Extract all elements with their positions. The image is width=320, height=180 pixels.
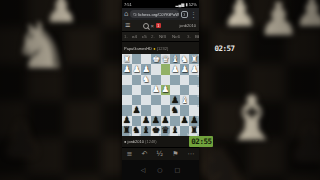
black-pawn: ♟ [132,106,140,115]
rank-label: 3 [197,75,199,78]
top-player-flair-icon: ● [153,46,155,51]
square-d5[interactable] [161,95,171,105]
search-icon[interactable] [143,23,149,29]
white-king: ♚ [152,55,160,64]
board-menu-icon[interactable]: ≡ [127,151,133,158]
site-info-icon[interactable]: ⓘ [133,12,137,17]
rank-label: 7 [197,116,199,119]
status-right-icons: ▂▄▆ ▮ 52% [176,2,197,7]
home-icon[interactable]: ⌂ [124,11,128,18]
square-g8[interactable]: ♞g [132,126,142,136]
square-e4[interactable]: ♟ [151,85,161,95]
square-a8[interactable]: ♜a8 [189,126,199,136]
square-c1[interactable]: ♝ [170,54,180,64]
rank-label: 1 [197,54,199,57]
square-b6[interactable] [180,105,190,115]
move-Nf3[interactable]: Nf3 [159,34,166,39]
move-number: 1. [124,34,128,39]
site-header: ≡ × 1 jordi2010 [122,20,199,32]
white-queen: ♛ [161,55,169,64]
move-number: 2. [151,34,155,39]
square-b5[interactable]: ♝ [180,95,190,105]
rank-label: 6 [197,105,199,108]
square-f1[interactable] [141,54,151,64]
challenges-icon[interactable]: × [151,23,155,29]
square-h3[interactable] [122,75,132,85]
black-pawn: ♟ [181,116,189,125]
battery-percent: 52% [189,2,197,7]
white-bishop: ♝ [171,55,179,64]
more-options-icon[interactable]: ⋯ [187,151,194,158]
game-action-bar: ≡↶½⚑⋯ [122,147,199,160]
square-h8[interactable]: ♜h [122,126,132,136]
square-h4[interactable] [122,85,132,95]
square-e2[interactable] [151,64,161,74]
square-a2[interactable]: ♟2 [189,64,199,74]
square-b7[interactable]: ♟ [180,116,190,126]
move-c5[interactable]: c5 [142,34,147,39]
bottom-player-username: jordi2010 [128,139,144,144]
black-knight: ♞ [171,106,179,115]
square-g3[interactable] [132,75,142,85]
white-pawn: ♟ [123,65,131,74]
square-c8[interactable]: ♝c [170,126,180,136]
square-g6[interactable]: ♟ [132,105,142,115]
hamburger-menu-icon[interactable]: ≡ [125,21,130,30]
square-c6[interactable]: ♞ [170,105,180,115]
white-pawn: ♟ [142,65,150,74]
status-bar: 7:51 ▂▄▆ ▮ 52% [122,0,199,8]
white-bishop: ♝ [181,96,189,105]
black-pawn: ♟ [142,116,150,125]
browser-address-bar: ⌂ ⓘ lichess.org/C0YfGPoW 3 ⋮ [122,8,199,20]
white-pawn: ♟ [152,85,160,94]
tab-switcher-button[interactable]: 3 [181,11,188,18]
rank-label: 4 [197,85,199,88]
move-Nc6[interactable]: Nc6 [172,34,180,39]
square-a6[interactable]: 6 [189,105,199,115]
bottom-player-color-dot: ● [124,139,126,144]
white-pawn: ♟ [132,65,140,74]
square-a1[interactable]: ♜1 [189,54,199,64]
square-h6[interactable] [122,105,132,115]
nav-recents-button[interactable]: □ [175,167,181,173]
white-pawn: ♟ [171,65,179,74]
url-field[interactable]: ⓘ lichess.org/C0YfGPoW [130,10,179,18]
square-b1[interactable]: ♞ [180,54,190,64]
square-f2[interactable]: ♟ [141,64,151,74]
black-pawn: ♟ [123,116,131,125]
move-number: 3. [187,34,191,39]
square-e5[interactable] [151,95,161,105]
square-d4[interactable]: ♟ [161,85,171,95]
square-e6[interactable] [151,105,161,115]
status-time: 7:51 [124,2,132,7]
bottom-player-name: ● jordi2010 (1248) [124,139,157,144]
square-b4[interactable] [180,85,190,95]
square-h5[interactable] [122,95,132,105]
rank-label: 8 [197,126,199,129]
top-player-rating: (1232) [157,46,169,51]
square-c5[interactable]: ♟ [170,95,180,105]
square-d1[interactable]: ♛ [161,54,171,64]
top-player-clock: 02:57 [212,43,236,54]
notification-badge[interactable]: 1 [156,23,161,28]
move-Bb5[interactable]: Bb5 [195,34,199,39]
rank-label: 5 [197,95,199,98]
square-b8[interactable]: b [180,126,190,136]
square-h2[interactable]: ♟ [122,64,132,74]
square-f8[interactable]: ♝f [141,126,151,136]
square-a4[interactable]: 4 [189,85,199,95]
bottom-player-bar: ● jordi2010 (1248) 02:55 [122,136,199,147]
square-c3[interactable] [170,75,180,85]
square-a3[interactable]: 3 [189,75,199,85]
square-a5[interactable]: 5 [189,95,199,105]
square-g1[interactable] [132,54,142,64]
square-f3[interactable]: ♞ [141,75,151,85]
browser-menu-icon[interactable]: ⋮ [190,11,197,18]
top-player-bar: PapaGamesHD ● (1232) 02:57 [122,42,199,54]
nav-back-button[interactable]: ◁ [141,167,146,173]
notification-count: 1 [158,23,160,27]
square-g5[interactable] [132,95,142,105]
square-e1[interactable]: ♚ [151,54,161,64]
square-g2[interactable]: ♟ [132,64,142,74]
move-list: 1.e4c52.Nf3Nc63.Bb5g64.d4 [122,32,199,42]
square-d2[interactable] [161,64,171,74]
square-c2[interactable]: ♟ [170,64,180,74]
square-b3[interactable] [180,75,190,85]
draw-offer-icon[interactable]: ½ [156,151,163,158]
white-pawn: ♟ [161,85,169,94]
black-pawn: ♟ [161,116,169,125]
square-e8[interactable]: ♚e [151,126,161,136]
square-f4[interactable] [141,85,151,95]
top-player-name: PapaGamesHD ● (1232) [124,46,168,51]
move-e4[interactable]: e4 [132,34,137,39]
tab-count: 3 [183,12,185,16]
rank-label: 2 [197,64,199,67]
black-bishop: ♝ [142,126,150,135]
square-h1[interactable]: ♜ [122,54,132,64]
takeback-icon[interactable]: ↶ [141,151,147,158]
square-b2[interactable]: ♟ [180,64,190,74]
battery-icon: ▮ [186,2,188,7]
android-nav-bar: ◁ ○ □ [122,160,199,180]
black-pawn: ♟ [171,96,179,105]
white-pawn: ♟ [181,65,189,74]
header-username[interactable]: jordi2010 [180,23,196,28]
white-rook: ♜ [123,55,131,64]
square-d6[interactable] [161,105,171,115]
screenshot-stage: ♟♞♟♟♟♝♞♟♟ 7:51 ▂▄▆ ▮ 52% ⌂ ⓘ lichess.org… [0,0,320,180]
white-knight: ♞ [181,55,189,64]
square-f5[interactable] [141,95,151,105]
bottom-player-rating: (1248) [145,139,157,144]
top-player-username: PapaGamesHD [124,46,152,51]
nav-home-button[interactable]: ○ [157,167,162,173]
white-knight: ♞ [142,75,150,84]
black-pawn: ♟ [152,116,160,125]
square-d8[interactable]: ♛d [161,126,171,136]
bottom-player-clock: 02:55 [189,136,213,147]
square-c4[interactable] [170,85,180,95]
signal-icon: ▂▄▆ [176,2,185,7]
resign-icon[interactable]: ⚑ [172,151,178,158]
square-g4[interactable] [132,85,142,95]
square-f6[interactable] [141,105,151,115]
phone-screen: 7:51 ▂▄▆ ▮ 52% ⌂ ⓘ lichess.org/C0YfGPoW … [122,0,199,180]
url-text: lichess.org/C0YfGPoW [139,12,179,17]
chess-board: ♜♚♛♝♞♜1♟♟♟♟♟♟2♞3♟♟4♟♝5♟♞6♟♟♟♟♟♟7♜h♞g♝f♚e… [122,54,199,136]
